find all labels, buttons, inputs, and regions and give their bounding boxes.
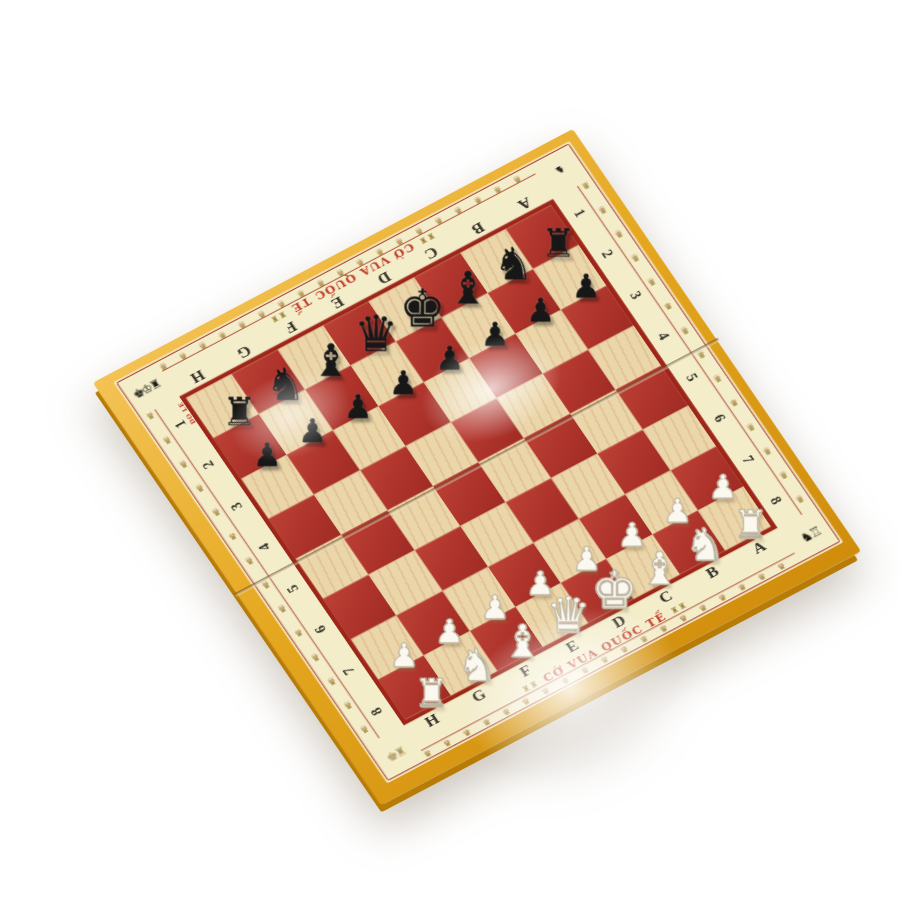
black-pawn-d2[interactable]: ♟: [435, 343, 465, 374]
white-king-d8[interactable]: ♚: [591, 566, 638, 616]
photo-scene: ♛ ♛ ♛ ♛ ♛ ♛ ♛ ♛ ♛ ♛ ♛ ♛ ♛ ♛ ♛ ♛ ♛ ♛ ♛ ♛ …: [0, 0, 900, 900]
black-knight-g1[interactable]: ♞: [265, 364, 305, 407]
white-queen-e8[interactable]: ♛: [546, 592, 591, 640]
white-knight-g8[interactable]: ♞: [457, 645, 497, 688]
black-pawn-c2[interactable]: ♟: [480, 319, 510, 350]
chess-board: ♛ ♛ ♛ ♛ ♛ ♛ ♛ ♛ ♛ ♛ ♛ ♛ ♛ ♛ ♛ ♛ ♛ ♛ ♛ ♛ …: [93, 129, 861, 805]
squares-grid: ♜♞♝♛♚♝♞♜♟♟♟♟♟♟♟♟♟♟♟♟♟♟♟♟♜♞♝♛♚♝♞♜: [186, 205, 771, 719]
inner-maroon-frame: ♜♞♝♛♚♝♞♜♟♟♟♟♟♟♟♟♟♟♟♟♟♟♟♟♜♞♝♛♚♝♞♜: [179, 199, 777, 725]
black-pawn-a2[interactable]: ♟: [572, 270, 602, 301]
black-king-d1[interactable]: ♚: [399, 285, 446, 335]
black-pawn-e2[interactable]: ♟: [389, 367, 419, 398]
black-rook-h1[interactable]: ♜: [222, 394, 257, 431]
black-pawn-f2[interactable]: ♟: [343, 391, 373, 422]
board-surface: ♛ ♛ ♛ ♛ ♛ ♛ ♛ ♛ ♛ ♛ ♛ ♛ ♛ ♛ ♛ ♛ ♛ ♛ ♛ ♛ …: [113, 141, 843, 783]
black-bishop-c1[interactable]: ♝: [447, 267, 487, 310]
white-rook-h8[interactable]: ♜: [414, 675, 449, 712]
black-pawn-g2[interactable]: ♟: [298, 415, 328, 446]
black-pawn-h2[interactable]: ♟: [252, 439, 282, 470]
black-queen-e1[interactable]: ♛: [354, 311, 399, 359]
white-rook-a8[interactable]: ♜: [733, 506, 768, 543]
white-knight-b8[interactable]: ♞: [685, 524, 725, 567]
white-pawn-h7[interactable]: ♟: [389, 640, 419, 671]
white-bishop-f8[interactable]: ♝: [503, 621, 543, 664]
black-pawn-b2[interactable]: ♟: [526, 295, 556, 326]
black-knight-b1[interactable]: ♞: [493, 243, 533, 286]
white-bishop-c8[interactable]: ♝: [639, 548, 679, 591]
black-rook-a1[interactable]: ♜: [541, 225, 576, 262]
white-pawn-a7[interactable]: ♟: [709, 471, 739, 502]
black-bishop-f1[interactable]: ♝: [311, 340, 351, 383]
